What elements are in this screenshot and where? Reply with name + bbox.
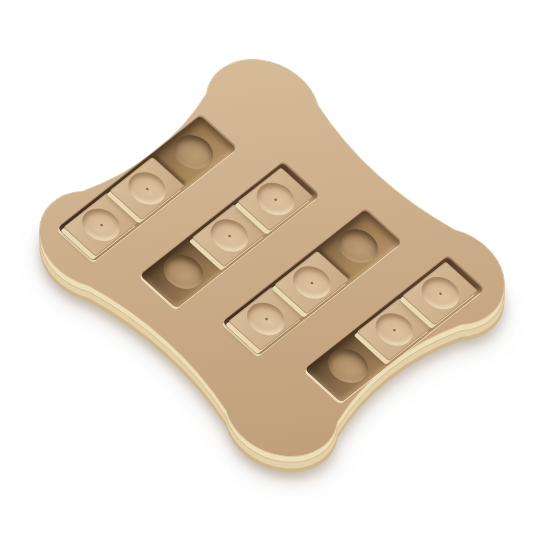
- board-shape: [0, 19, 550, 497]
- puzzle-board: [0, 19, 550, 497]
- slider-dimple: [75, 202, 128, 247]
- slider-dimple: [239, 296, 292, 341]
- slider-dimple: [414, 271, 467, 316]
- slider-dimple: [249, 177, 302, 222]
- slider-dimple: [368, 307, 421, 352]
- slider-dimple: [285, 260, 338, 305]
- slider-dimple: [203, 213, 256, 258]
- product-photo-canvas: [0, 0, 550, 550]
- slider-dimple: [120, 166, 173, 211]
